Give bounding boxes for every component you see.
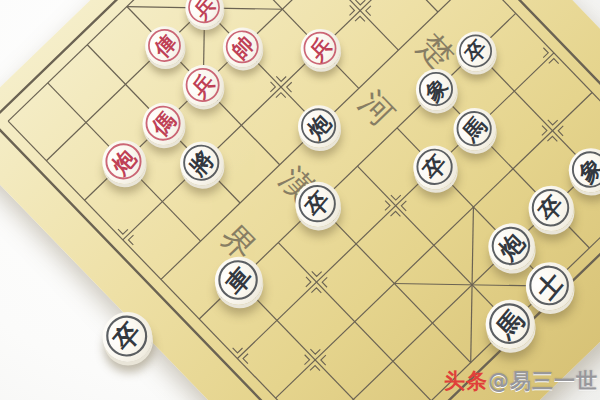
piece-red-pawn-c[interactable]: 兵 [292, 21, 348, 77]
watermark-brand: 头条 [444, 369, 488, 393]
piece-red-chariot[interactable]: 俥 [137, 18, 193, 74]
piece-red-pawn-a[interactable]: 兵 [177, 0, 231, 35]
watermark: 头条@易三一世 [444, 367, 598, 395]
piece-red-horse[interactable]: 傌 [134, 94, 194, 154]
piece-layer: 兵俥兵帥傌炮兵將炮車卒象卒卒馬炮卒象馬士卒 [0, 0, 600, 400]
piece-black-soldier-captured[interactable]: 卒 [92, 302, 162, 372]
watermark-handle: @易三一世 [488, 369, 598, 393]
piece-black-cannon-a[interactable]: 炮 [289, 97, 349, 157]
piece-red-pawn-b[interactable]: 兵 [174, 57, 232, 115]
piece-red-cannon[interactable]: 炮 [93, 131, 155, 193]
piece-black-soldier-a[interactable]: 卒 [286, 172, 350, 236]
piece-black-general[interactable]: 將 [171, 132, 233, 194]
piece-black-soldier-b[interactable]: 卒 [448, 23, 504, 79]
xiangqi-board: 界 漢 河 楚 兵俥兵帥傌炮兵將炮車卒象卒卒馬炮卒象馬士卒 [0, 0, 600, 400]
piece-black-soldier-c[interactable]: 卒 [404, 136, 466, 198]
piece-red-general[interactable]: 帥 [215, 19, 271, 75]
piece-black-horse-a[interactable]: 馬 [445, 99, 505, 159]
piece-black-chariot[interactable]: 車 [205, 247, 273, 315]
photo-scene: 界 漢 河 楚 兵俥兵帥傌炮兵將炮車卒象卒卒馬炮卒象馬士卒 头条@易三一世 [0, 0, 600, 400]
piece-black-elephant-a[interactable]: 象 [407, 61, 465, 119]
